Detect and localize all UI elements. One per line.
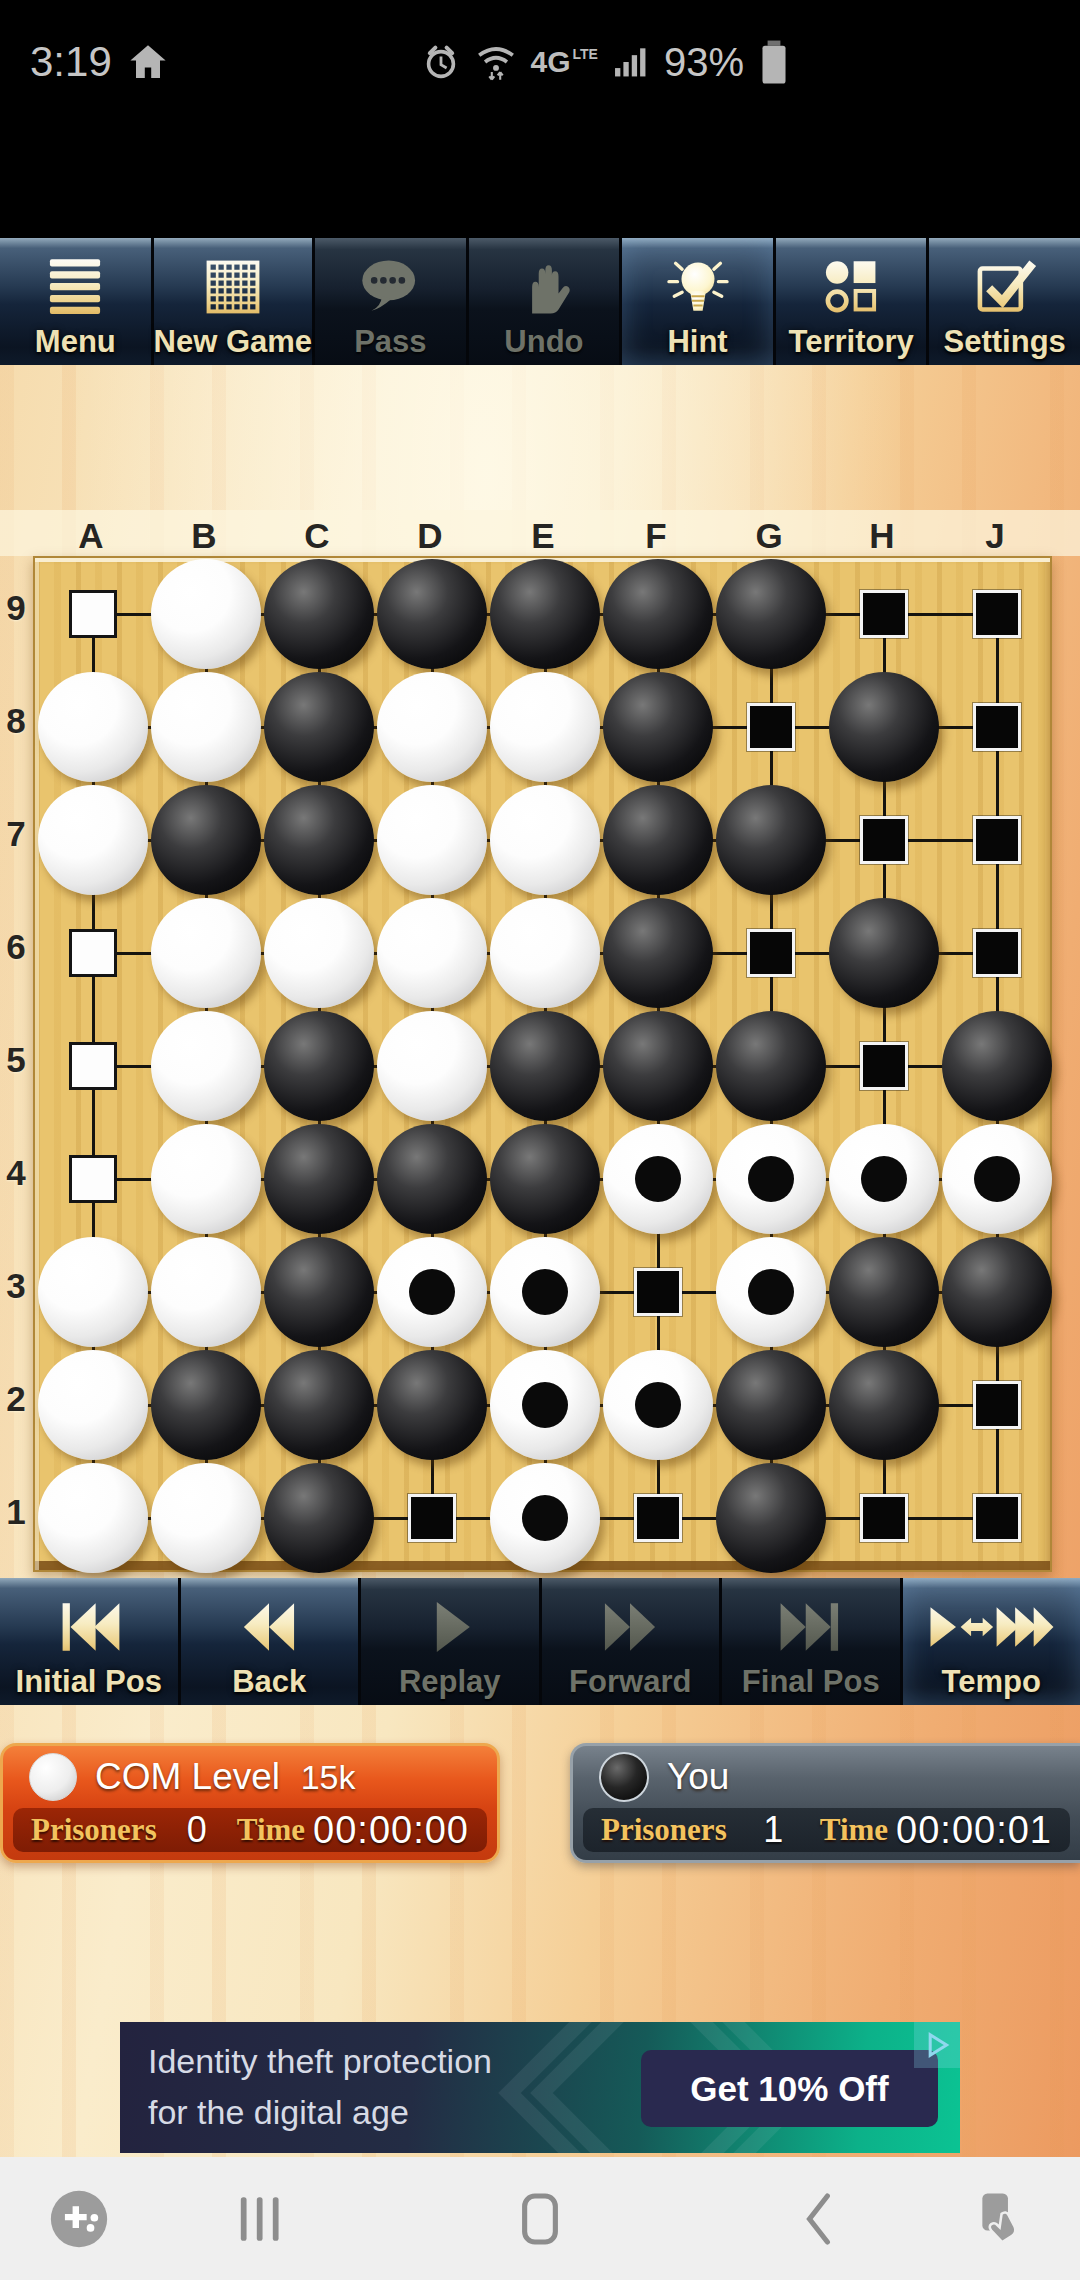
white-stone bbox=[377, 1011, 487, 1121]
forward-button: Forward bbox=[542, 1578, 720, 1705]
black-territory-marker bbox=[973, 1494, 1021, 1542]
black-stone bbox=[829, 1237, 939, 1347]
column-label-F: F bbox=[600, 516, 713, 556]
point-C7[interactable] bbox=[263, 784, 376, 897]
point-C3[interactable] bbox=[263, 1236, 376, 1349]
white-stone bbox=[151, 672, 261, 782]
player-black-header: You bbox=[573, 1746, 1080, 1808]
menu-icon bbox=[42, 250, 108, 324]
dead-white-stone bbox=[490, 1463, 600, 1573]
dead-white-stone bbox=[490, 1350, 600, 1460]
black-stone bbox=[264, 1124, 374, 1234]
dead-white-stone bbox=[716, 1124, 826, 1234]
point-F2[interactable] bbox=[602, 1349, 715, 1462]
point-E3[interactable] bbox=[489, 1236, 602, 1349]
wifi-icon bbox=[475, 41, 517, 83]
initial-pos-icon bbox=[56, 1590, 122, 1664]
dead-mark-dot bbox=[748, 1269, 794, 1315]
point-E9[interactable] bbox=[489, 558, 602, 671]
back-nav-icon[interactable] bbox=[789, 2187, 853, 2251]
point-H3[interactable] bbox=[828, 1236, 941, 1349]
point-A9[interactable] bbox=[37, 558, 150, 671]
black-stone bbox=[264, 1463, 374, 1573]
dead-white-stone bbox=[490, 1237, 600, 1347]
point-D2[interactable] bbox=[376, 1349, 489, 1462]
point-A1[interactable] bbox=[37, 1462, 150, 1575]
tempo-icon bbox=[927, 1590, 1055, 1664]
black-territory-marker bbox=[973, 703, 1021, 751]
dead-white-stone bbox=[829, 1124, 939, 1234]
column-label-C: C bbox=[261, 516, 374, 556]
point-H8[interactable] bbox=[828, 671, 941, 784]
black-territory-marker bbox=[973, 929, 1021, 977]
tempo-button[interactable]: Tempo bbox=[903, 1578, 1080, 1705]
row-label-3: 3 bbox=[0, 1266, 32, 1306]
hint-icon bbox=[665, 250, 731, 324]
player-white-stats: Prisoners 0 Time 00:00:00 bbox=[13, 1808, 487, 1852]
white-stone bbox=[377, 785, 487, 895]
black-stone bbox=[377, 1350, 487, 1460]
dead-mark-dot bbox=[861, 1156, 907, 1202]
settings-button[interactable]: Settings bbox=[929, 238, 1080, 365]
black-territory-marker bbox=[860, 1494, 908, 1542]
white-stone bbox=[38, 1237, 148, 1347]
point-C6[interactable] bbox=[263, 897, 376, 1010]
point-G1[interactable] bbox=[715, 1462, 828, 1575]
column-label-A: A bbox=[35, 516, 148, 556]
white-time-value: 00:00:00 bbox=[313, 1809, 469, 1852]
black-stone bbox=[716, 559, 826, 669]
initial-pos-button[interactable]: Initial Pos bbox=[0, 1578, 178, 1705]
black-stone bbox=[377, 1124, 487, 1234]
black-stone bbox=[264, 1011, 374, 1121]
point-F5[interactable] bbox=[602, 1010, 715, 1123]
point-B2[interactable] bbox=[150, 1349, 263, 1462]
point-D3[interactable] bbox=[376, 1236, 489, 1349]
column-label-E: E bbox=[487, 516, 600, 556]
white-stone bbox=[38, 785, 148, 895]
black-stone bbox=[264, 559, 374, 669]
home-nav-icon[interactable] bbox=[508, 2187, 572, 2251]
menu-button[interactable]: Menu bbox=[0, 238, 151, 365]
player-panel-white-com: COM Level 15k Prisoners 0 Time 00:00:00 bbox=[0, 1743, 500, 1863]
black-stone bbox=[603, 1011, 713, 1121]
point-B8[interactable] bbox=[150, 671, 263, 784]
point-G6[interactable] bbox=[715, 897, 828, 1010]
point-E2[interactable] bbox=[489, 1349, 602, 1462]
time-label: Time bbox=[820, 1812, 888, 1848]
point-B9[interactable] bbox=[150, 558, 263, 671]
white-territory-marker bbox=[69, 1155, 117, 1203]
white-prisoners-count: 0 bbox=[157, 1809, 237, 1851]
black-stone bbox=[377, 559, 487, 669]
white-stone bbox=[38, 1350, 148, 1460]
point-F8[interactable] bbox=[602, 671, 715, 784]
go-app-screen: 3:19 4G LTE 93% MenuNew GamePassUndoHint… bbox=[0, 0, 1080, 2280]
point-G3[interactable] bbox=[715, 1236, 828, 1349]
point-G8[interactable] bbox=[715, 671, 828, 784]
dead-white-stone bbox=[942, 1124, 1052, 1234]
black-territory-marker bbox=[973, 590, 1021, 638]
black-stone bbox=[716, 1463, 826, 1573]
point-G4[interactable] bbox=[715, 1123, 828, 1236]
point-H9[interactable] bbox=[828, 558, 941, 671]
black-stone bbox=[490, 1124, 600, 1234]
black-stone bbox=[716, 1350, 826, 1460]
forward-icon bbox=[597, 1590, 663, 1664]
player-white-header: COM Level 15k bbox=[3, 1746, 497, 1808]
black-stone bbox=[603, 672, 713, 782]
point-J3[interactable] bbox=[941, 1236, 1054, 1349]
black-territory-marker bbox=[634, 1494, 682, 1542]
point-J4[interactable] bbox=[941, 1123, 1054, 1236]
rewind-icon bbox=[236, 1590, 302, 1664]
point-A2[interactable] bbox=[37, 1349, 150, 1462]
black-territory-marker bbox=[408, 1494, 456, 1542]
black-stone bbox=[490, 559, 600, 669]
black-stone-icon bbox=[599, 1752, 649, 1802]
ad-banner[interactable]: Identity theft protection for the digita… bbox=[120, 2022, 960, 2153]
point-D1[interactable] bbox=[376, 1462, 489, 1575]
white-territory-marker bbox=[69, 590, 117, 638]
home-icon bbox=[128, 42, 168, 82]
black-prisoners-count: 1 bbox=[727, 1809, 820, 1851]
point-J5[interactable] bbox=[941, 1010, 1054, 1123]
point-E8[interactable] bbox=[489, 671, 602, 784]
replay-button: Replay bbox=[361, 1578, 539, 1705]
status-right: 4G LTE 93% bbox=[421, 30, 791, 94]
point-G5[interactable] bbox=[715, 1010, 828, 1123]
black-stone bbox=[264, 672, 374, 782]
point-J6[interactable] bbox=[941, 897, 1054, 1010]
dead-mark-dot bbox=[748, 1156, 794, 1202]
dead-mark-dot bbox=[635, 1156, 681, 1202]
point-J1[interactable] bbox=[941, 1462, 1054, 1575]
back-button[interactable]: Back bbox=[181, 1578, 359, 1705]
ad-cta-button[interactable]: Get 10% Off bbox=[641, 2050, 938, 2127]
point-F1[interactable] bbox=[602, 1462, 715, 1575]
black-stone bbox=[264, 1237, 374, 1347]
battery-percent: 93% bbox=[664, 40, 744, 85]
point-F7[interactable] bbox=[602, 784, 715, 897]
touch-assist-icon[interactable] bbox=[967, 2187, 1031, 2251]
point-C8[interactable] bbox=[263, 671, 376, 784]
row-label-8: 8 bbox=[0, 701, 32, 741]
battery-icon bbox=[758, 38, 790, 86]
point-H6[interactable] bbox=[828, 897, 941, 1010]
point-E6[interactable] bbox=[489, 897, 602, 1010]
column-label-B: B bbox=[148, 516, 261, 556]
row-label-7: 7 bbox=[0, 814, 32, 854]
black-stone bbox=[942, 1011, 1052, 1121]
undo-icon bbox=[511, 250, 577, 324]
black-stone bbox=[490, 1011, 600, 1121]
dead-white-stone bbox=[716, 1237, 826, 1347]
point-D9[interactable] bbox=[376, 558, 489, 671]
black-stone bbox=[942, 1237, 1052, 1347]
point-B5[interactable] bbox=[150, 1010, 263, 1123]
white-stone bbox=[377, 672, 487, 782]
point-E5[interactable] bbox=[489, 1010, 602, 1123]
black-stone bbox=[151, 1350, 261, 1460]
point-A4[interactable] bbox=[37, 1123, 150, 1236]
point-C9[interactable] bbox=[263, 558, 376, 671]
black-stone bbox=[264, 1350, 374, 1460]
white-stone bbox=[38, 672, 148, 782]
column-label-G: G bbox=[713, 516, 826, 556]
point-B4[interactable] bbox=[150, 1123, 263, 1236]
pass-button: Pass bbox=[315, 238, 466, 365]
point-F9[interactable] bbox=[602, 558, 715, 671]
dead-white-stone bbox=[377, 1237, 487, 1347]
white-territory-marker bbox=[69, 1042, 117, 1090]
black-territory-marker bbox=[860, 1042, 908, 1090]
network-4g-lte: 4G LTE bbox=[531, 47, 598, 77]
point-G7[interactable] bbox=[715, 784, 828, 897]
point-C5[interactable] bbox=[263, 1010, 376, 1123]
white-stone bbox=[151, 1124, 261, 1234]
white-stone bbox=[490, 672, 600, 782]
black-stone bbox=[716, 785, 826, 895]
prisoners-label: Prisoners bbox=[31, 1812, 157, 1848]
settings-icon bbox=[972, 250, 1038, 324]
white-stone bbox=[377, 898, 487, 1008]
black-stone bbox=[603, 785, 713, 895]
point-B6[interactable] bbox=[150, 897, 263, 1010]
point-E1[interactable] bbox=[489, 1462, 602, 1575]
point-C2[interactable] bbox=[263, 1349, 376, 1462]
point-H1[interactable] bbox=[828, 1462, 941, 1575]
dead-mark-dot bbox=[409, 1269, 455, 1315]
point-B7[interactable] bbox=[150, 784, 263, 897]
black-time-value: 00:00:01 bbox=[896, 1809, 1052, 1852]
point-A6[interactable] bbox=[37, 897, 150, 1010]
point-G2[interactable] bbox=[715, 1349, 828, 1462]
black-stone bbox=[603, 898, 713, 1008]
black-territory-marker bbox=[973, 1381, 1021, 1429]
white-stone bbox=[151, 1011, 261, 1121]
replay-icon bbox=[417, 1590, 483, 1664]
dead-mark-dot bbox=[522, 1269, 568, 1315]
point-D5[interactable] bbox=[376, 1010, 489, 1123]
undo-button: Undo bbox=[469, 238, 620, 365]
black-territory-marker bbox=[747, 703, 795, 751]
point-D4[interactable] bbox=[376, 1123, 489, 1236]
black-stone bbox=[716, 1011, 826, 1121]
adchoices-icon[interactable] bbox=[914, 2022, 960, 2068]
android-nav-bar bbox=[0, 2157, 1080, 2280]
point-H4[interactable] bbox=[828, 1123, 941, 1236]
point-B1[interactable] bbox=[150, 1462, 263, 1575]
point-H5[interactable] bbox=[828, 1010, 941, 1123]
point-D8[interactable] bbox=[376, 671, 489, 784]
go-board[interactable] bbox=[33, 556, 1052, 1572]
point-D7[interactable] bbox=[376, 784, 489, 897]
point-F6[interactable] bbox=[602, 897, 715, 1010]
row-label-9: 9 bbox=[0, 588, 32, 628]
final-pos-icon bbox=[778, 1590, 844, 1664]
point-J2[interactable] bbox=[941, 1349, 1054, 1462]
white-stone bbox=[151, 898, 261, 1008]
point-E7[interactable] bbox=[489, 784, 602, 897]
row-label-4: 4 bbox=[0, 1153, 32, 1193]
black-territory-marker bbox=[747, 929, 795, 977]
point-E4[interactable] bbox=[489, 1123, 602, 1236]
new-game-icon bbox=[200, 250, 266, 324]
territory-icon bbox=[818, 250, 884, 324]
point-A7[interactable] bbox=[37, 784, 150, 897]
bottom-toolbar: Initial PosBackReplayForwardFinal PosTem… bbox=[0, 1578, 1080, 1705]
white-stone bbox=[264, 898, 374, 1008]
point-D6[interactable] bbox=[376, 897, 489, 1010]
point-J7[interactable] bbox=[941, 784, 1054, 897]
prisoners-label: Prisoners bbox=[601, 1812, 727, 1848]
point-C1[interactable] bbox=[263, 1462, 376, 1575]
black-territory-marker bbox=[860, 816, 908, 864]
status-left: 3:19 bbox=[30, 32, 168, 92]
black-stone bbox=[264, 785, 374, 895]
black-stone bbox=[151, 785, 261, 895]
ad-copy: Identity theft protection for the digita… bbox=[148, 2036, 492, 2138]
point-J8[interactable] bbox=[941, 671, 1054, 784]
point-A5[interactable] bbox=[37, 1010, 150, 1123]
signal-strength-icon bbox=[612, 43, 650, 81]
point-H7[interactable] bbox=[828, 784, 941, 897]
final-pos-button: Final Pos bbox=[722, 1578, 900, 1705]
status-bar: 3:19 4G LTE 93% bbox=[0, 0, 1080, 238]
point-H2[interactable] bbox=[828, 1349, 941, 1462]
dead-mark-dot bbox=[522, 1382, 568, 1428]
white-stone bbox=[151, 1463, 261, 1573]
row-label-1: 1 bbox=[0, 1492, 32, 1532]
alarm-clock-icon bbox=[421, 42, 461, 82]
column-label-D: D bbox=[374, 516, 487, 556]
territory-button[interactable]: Territory bbox=[776, 238, 927, 365]
white-stone bbox=[38, 1463, 148, 1573]
point-F4[interactable] bbox=[602, 1123, 715, 1236]
white-stone bbox=[490, 785, 600, 895]
dead-white-stone bbox=[603, 1350, 713, 1460]
point-A8[interactable] bbox=[37, 671, 150, 784]
row-label-2: 2 bbox=[0, 1379, 32, 1419]
point-B3[interactable] bbox=[150, 1236, 263, 1349]
point-J9[interactable] bbox=[941, 558, 1054, 671]
dead-mark-dot bbox=[635, 1382, 681, 1428]
game-tools-icon[interactable] bbox=[47, 2187, 111, 2251]
point-C4[interactable] bbox=[263, 1123, 376, 1236]
black-territory-marker bbox=[973, 816, 1021, 864]
black-territory-marker bbox=[634, 1268, 682, 1316]
white-stone bbox=[151, 1237, 261, 1347]
white-stone bbox=[490, 898, 600, 1008]
white-stone-icon bbox=[29, 1753, 77, 1801]
pass-icon bbox=[357, 250, 423, 324]
player-panel-black-you: You Prisoners 1 Time 00:00:01 bbox=[570, 1743, 1080, 1863]
recents-icon[interactable] bbox=[228, 2187, 292, 2251]
black-stone bbox=[603, 559, 713, 669]
black-territory-marker bbox=[860, 590, 908, 638]
column-label-J: J bbox=[939, 516, 1052, 556]
black-stone bbox=[829, 898, 939, 1008]
clock-time: 3:19 bbox=[30, 38, 112, 86]
time-label: Time bbox=[237, 1812, 305, 1848]
white-territory-marker bbox=[69, 929, 117, 977]
column-label-H: H bbox=[826, 516, 939, 556]
black-stone bbox=[829, 672, 939, 782]
white-stone bbox=[151, 559, 261, 669]
point-F3[interactable] bbox=[602, 1236, 715, 1349]
row-label-5: 5 bbox=[0, 1040, 32, 1080]
dead-mark-dot bbox=[974, 1156, 1020, 1202]
new-game-button[interactable]: New Game bbox=[154, 238, 313, 365]
dead-mark-dot bbox=[522, 1495, 568, 1541]
dead-white-stone bbox=[603, 1124, 713, 1234]
top-toolbar: MenuNew GamePassUndoHintTerritorySetting… bbox=[0, 238, 1080, 365]
player-white-name: COM Level 15k bbox=[95, 1756, 355, 1798]
point-A3[interactable] bbox=[37, 1236, 150, 1349]
black-stone bbox=[829, 1350, 939, 1460]
point-G9[interactable] bbox=[715, 558, 828, 671]
player-black-stats: Prisoners 1 Time 00:00:01 bbox=[583, 1808, 1070, 1852]
hint-button[interactable]: Hint bbox=[622, 238, 773, 365]
player-black-name: You bbox=[667, 1756, 729, 1798]
row-label-6: 6 bbox=[0, 927, 32, 967]
